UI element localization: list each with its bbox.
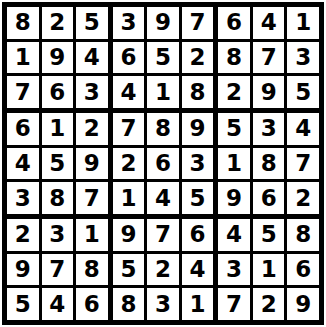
cell-r2c6[interactable]: 2 (182, 42, 214, 74)
cell-r3c7[interactable]: 2 (218, 76, 250, 108)
cell-r1c8[interactable]: 4 (253, 7, 285, 39)
cell-r2c8[interactable]: 7 (253, 42, 285, 74)
cell-r9c3[interactable]: 6 (76, 288, 108, 320)
cell-r9c4[interactable]: 8 (113, 288, 145, 320)
cell-r9c7[interactable]: 7 (218, 288, 250, 320)
cell-r7c8[interactable]: 5 (253, 219, 285, 251)
box-2: 397652418 (113, 7, 214, 108)
cell-r8c6[interactable]: 4 (182, 254, 214, 286)
cell-r6c9[interactable]: 2 (287, 182, 319, 214)
cell-r3c6[interactable]: 8 (182, 76, 214, 108)
cell-r9c1[interactable]: 5 (7, 288, 39, 320)
cell-r6c1[interactable]: 3 (7, 182, 39, 214)
cell-r8c8[interactable]: 1 (253, 254, 285, 286)
box-8: 976524831 (113, 219, 214, 320)
cell-r6c6[interactable]: 5 (182, 182, 214, 214)
box-3: 641873295 (218, 7, 319, 108)
cell-r6c7[interactable]: 9 (218, 182, 250, 214)
cell-r5c4[interactable]: 2 (113, 148, 145, 180)
cell-r5c7[interactable]: 1 (218, 148, 250, 180)
cell-r7c1[interactable]: 2 (7, 219, 39, 251)
cell-r6c2[interactable]: 8 (42, 182, 74, 214)
cell-r9c8[interactable]: 2 (253, 288, 285, 320)
cell-r1c2[interactable]: 2 (42, 7, 74, 39)
cell-r9c5[interactable]: 3 (147, 288, 179, 320)
cell-r7c5[interactable]: 7 (147, 219, 179, 251)
cell-r2c5[interactable]: 5 (147, 42, 179, 74)
cell-r4c9[interactable]: 4 (287, 113, 319, 145)
box-1: 825194763 (7, 7, 108, 108)
cell-r9c6[interactable]: 1 (182, 288, 214, 320)
cell-r1c9[interactable]: 1 (287, 7, 319, 39)
board-margin: 8251947633976524186418732956124593877892… (0, 0, 326, 327)
cell-r4c4[interactable]: 7 (113, 113, 145, 145)
cell-r1c6[interactable]: 7 (182, 7, 214, 39)
cell-r7c3[interactable]: 1 (76, 219, 108, 251)
cell-r8c9[interactable]: 6 (287, 254, 319, 286)
cell-r1c3[interactable]: 5 (76, 7, 108, 39)
cell-r2c2[interactable]: 9 (42, 42, 74, 74)
cell-r7c4[interactable]: 9 (113, 219, 145, 251)
cell-r3c5[interactable]: 1 (147, 76, 179, 108)
cell-r4c7[interactable]: 5 (218, 113, 250, 145)
cell-r5c3[interactable]: 9 (76, 148, 108, 180)
cell-r7c6[interactable]: 6 (182, 219, 214, 251)
cell-r8c1[interactable]: 9 (7, 254, 39, 286)
box-5: 789263145 (113, 113, 214, 214)
cell-r6c8[interactable]: 6 (253, 182, 285, 214)
cell-r3c2[interactable]: 6 (42, 76, 74, 108)
cell-r3c3[interactable]: 3 (76, 76, 108, 108)
cell-r8c2[interactable]: 7 (42, 254, 74, 286)
cell-r3c4[interactable]: 4 (113, 76, 145, 108)
cell-r5c2[interactable]: 5 (42, 148, 74, 180)
cell-r2c4[interactable]: 6 (113, 42, 145, 74)
cell-r1c4[interactable]: 3 (113, 7, 145, 39)
cell-r8c3[interactable]: 8 (76, 254, 108, 286)
cell-r6c4[interactable]: 1 (113, 182, 145, 214)
cell-r4c8[interactable]: 3 (253, 113, 285, 145)
cell-r8c5[interactable]: 2 (147, 254, 179, 286)
cell-r8c4[interactable]: 5 (113, 254, 145, 286)
cell-r4c6[interactable]: 9 (182, 113, 214, 145)
cell-r6c5[interactable]: 4 (147, 182, 179, 214)
box-4: 612459387 (7, 113, 108, 214)
box-9: 458316729 (218, 219, 319, 320)
cell-r4c2[interactable]: 1 (42, 113, 74, 145)
cell-r5c8[interactable]: 8 (253, 148, 285, 180)
cell-r2c3[interactable]: 4 (76, 42, 108, 74)
cell-r7c7[interactable]: 4 (218, 219, 250, 251)
cell-r2c9[interactable]: 3 (287, 42, 319, 74)
cell-r4c1[interactable]: 6 (7, 113, 39, 145)
box-6: 534187962 (218, 113, 319, 214)
cell-r1c1[interactable]: 8 (7, 7, 39, 39)
cell-r3c1[interactable]: 7 (7, 76, 39, 108)
cell-r9c9[interactable]: 9 (287, 288, 319, 320)
cell-r6c3[interactable]: 7 (76, 182, 108, 214)
cell-r4c3[interactable]: 2 (76, 113, 108, 145)
cell-r8c7[interactable]: 3 (218, 254, 250, 286)
cell-r5c5[interactable]: 6 (147, 148, 179, 180)
cell-r5c9[interactable]: 7 (287, 148, 319, 180)
cell-r2c1[interactable]: 1 (7, 42, 39, 74)
box-7: 231978546 (7, 219, 108, 320)
cell-r3c8[interactable]: 9 (253, 76, 285, 108)
cell-r4c5[interactable]: 8 (147, 113, 179, 145)
cell-r5c1[interactable]: 4 (7, 148, 39, 180)
cell-r2c7[interactable]: 8 (218, 42, 250, 74)
sudoku-board: 8251947633976524186418732956124593877892… (2, 2, 324, 325)
cell-r1c7[interactable]: 6 (218, 7, 250, 39)
cell-r3c9[interactable]: 5 (287, 76, 319, 108)
cell-r5c6[interactable]: 3 (182, 148, 214, 180)
cell-r9c2[interactable]: 4 (42, 288, 74, 320)
cell-r7c9[interactable]: 8 (287, 219, 319, 251)
cell-r1c5[interactable]: 9 (147, 7, 179, 39)
cell-r7c2[interactable]: 3 (42, 219, 74, 251)
